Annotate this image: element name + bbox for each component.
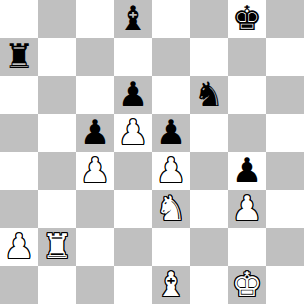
square-c1[interactable] <box>76 266 114 304</box>
square-h1[interactable] <box>266 266 304 304</box>
square-g5[interactable] <box>228 114 266 152</box>
square-f1[interactable] <box>190 266 228 304</box>
square-a2[interactable]: ♟ <box>0 228 38 266</box>
square-h2[interactable] <box>266 228 304 266</box>
square-e4[interactable]: ♟ <box>152 152 190 190</box>
black-rook[interactable]: ♜ <box>4 38 34 75</box>
square-g7[interactable] <box>228 38 266 76</box>
square-a3[interactable] <box>0 190 38 228</box>
square-d8[interactable]: ♝ <box>114 0 152 38</box>
white-king[interactable]: ♚ <box>232 266 262 303</box>
square-c7[interactable] <box>76 38 114 76</box>
square-f3[interactable] <box>190 190 228 228</box>
square-d5[interactable]: ♟ <box>114 114 152 152</box>
square-d7[interactable] <box>114 38 152 76</box>
black-pawn[interactable]: ♟ <box>156 114 186 151</box>
square-h8[interactable] <box>266 0 304 38</box>
square-f5[interactable] <box>190 114 228 152</box>
square-d6[interactable]: ♟ <box>114 76 152 114</box>
square-e2[interactable] <box>152 228 190 266</box>
black-bishop[interactable]: ♝ <box>118 0 148 37</box>
square-g3[interactable]: ♟ <box>228 190 266 228</box>
square-b1[interactable] <box>38 266 76 304</box>
square-d4[interactable] <box>114 152 152 190</box>
black-pawn[interactable]: ♟ <box>232 152 262 189</box>
square-e3[interactable]: ♞ <box>152 190 190 228</box>
white-pawn[interactable]: ♟ <box>118 114 148 151</box>
square-g2[interactable] <box>228 228 266 266</box>
square-b5[interactable] <box>38 114 76 152</box>
square-c4[interactable]: ♟ <box>76 152 114 190</box>
white-pawn[interactable]: ♟ <box>80 152 110 189</box>
square-c5[interactable]: ♟ <box>76 114 114 152</box>
square-a8[interactable] <box>0 0 38 38</box>
square-c6[interactable] <box>76 76 114 114</box>
square-a7[interactable]: ♜ <box>0 38 38 76</box>
square-d3[interactable] <box>114 190 152 228</box>
square-f4[interactable] <box>190 152 228 190</box>
square-f8[interactable] <box>190 0 228 38</box>
black-king[interactable]: ♚ <box>232 0 262 37</box>
square-h5[interactable] <box>266 114 304 152</box>
square-e7[interactable] <box>152 38 190 76</box>
square-e1[interactable]: ♝ <box>152 266 190 304</box>
square-b8[interactable] <box>38 0 76 38</box>
square-a6[interactable] <box>0 76 38 114</box>
square-g8[interactable]: ♚ <box>228 0 266 38</box>
square-a4[interactable] <box>0 152 38 190</box>
square-h3[interactable] <box>266 190 304 228</box>
white-pawn[interactable]: ♟ <box>4 228 34 265</box>
black-pawn[interactable]: ♟ <box>118 76 148 113</box>
white-pawn[interactable]: ♟ <box>232 190 262 227</box>
square-b7[interactable] <box>38 38 76 76</box>
square-c3[interactable] <box>76 190 114 228</box>
square-b2[interactable]: ♜ <box>38 228 76 266</box>
square-g6[interactable] <box>228 76 266 114</box>
white-rook[interactable]: ♜ <box>42 228 72 265</box>
square-f2[interactable] <box>190 228 228 266</box>
black-knight[interactable]: ♞ <box>194 76 224 113</box>
square-a5[interactable] <box>0 114 38 152</box>
square-d1[interactable] <box>114 266 152 304</box>
square-g1[interactable]: ♚ <box>228 266 266 304</box>
square-a1[interactable] <box>0 266 38 304</box>
chess-board: ♝♚♜♟♞♟♟♟♟♟♟♞♟♟♜♝♚ <box>0 0 304 304</box>
square-f6[interactable]: ♞ <box>190 76 228 114</box>
square-h4[interactable] <box>266 152 304 190</box>
square-d2[interactable] <box>114 228 152 266</box>
square-e6[interactable] <box>152 76 190 114</box>
white-knight[interactable]: ♞ <box>156 190 186 227</box>
square-g4[interactable]: ♟ <box>228 152 266 190</box>
square-c8[interactable] <box>76 0 114 38</box>
square-h7[interactable] <box>266 38 304 76</box>
white-bishop[interactable]: ♝ <box>156 266 186 303</box>
square-f7[interactable] <box>190 38 228 76</box>
square-c2[interactable] <box>76 228 114 266</box>
black-pawn[interactable]: ♟ <box>80 114 110 151</box>
square-b6[interactable] <box>38 76 76 114</box>
square-b3[interactable] <box>38 190 76 228</box>
square-h6[interactable] <box>266 76 304 114</box>
square-b4[interactable] <box>38 152 76 190</box>
white-pawn[interactable]: ♟ <box>156 152 186 189</box>
square-e8[interactable] <box>152 0 190 38</box>
square-e5[interactable]: ♟ <box>152 114 190 152</box>
